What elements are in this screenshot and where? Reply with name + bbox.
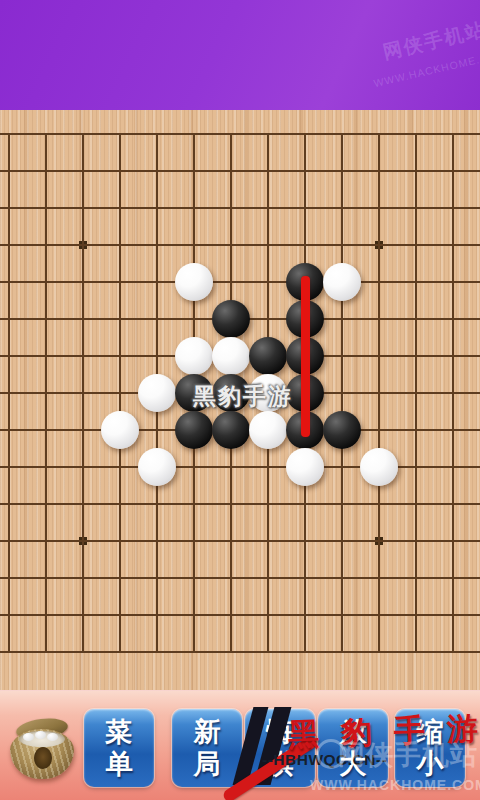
stone-black [249,337,287,375]
stone-white [323,263,361,301]
white-stone-in-bowl [23,733,34,741]
white-stone-in-bowl [35,731,46,739]
grid-line [0,540,480,542]
game-board[interactable]: 黑豹手游 [0,110,480,690]
grid-line [0,577,480,579]
grid-line [0,207,480,209]
menu-button[interactable]: 菜 单 [84,709,154,787]
new-game-button-label: 新 [194,716,221,748]
menu-button-label: 单 [106,748,133,780]
stone-white [286,448,324,486]
grid-line [0,244,480,246]
new-game-button[interactable]: 新 局 [172,709,242,787]
stone-white [101,411,139,449]
new-game-button-label: 局 [194,748,221,780]
stone-white [138,448,176,486]
stone-white [249,411,287,449]
stone-white [175,263,213,301]
stone-white [175,337,213,375]
grid-line [0,466,480,468]
grid-line [0,281,480,283]
bowl-wood-knot [34,747,52,769]
stone-black [175,411,213,449]
header-band: 网侠手机站 WWW.HACKHOME.COM [0,0,480,113]
grid-line [0,651,480,653]
bar-site-watermark: 网侠手机站 [338,737,478,773]
stone-black [212,411,250,449]
stone-white [138,374,176,412]
bar-site-url-watermark: WWW.HACKHOME.COM [310,777,480,793]
grid-line [0,503,480,505]
board-center-watermark: 黑豹手游 [193,381,293,412]
white-stone-in-bowl [47,733,58,741]
stone-white [212,337,250,375]
grid-line [0,133,480,135]
win-line-marker [301,276,310,437]
stone-white [360,448,398,486]
stone-bowl-icon [10,717,74,779]
menu-button-label: 菜 [106,716,133,748]
grid-line [0,170,480,172]
bottom-toolbar: 菜 单 新 局 悔 棋 放 大 缩 小 黑 豹 手 游 --HBHWQC.CN-… [0,690,480,800]
stone-black [212,300,250,338]
grid-line [0,614,480,616]
stone-black [323,411,361,449]
logo-char: 黑 [287,713,319,756]
